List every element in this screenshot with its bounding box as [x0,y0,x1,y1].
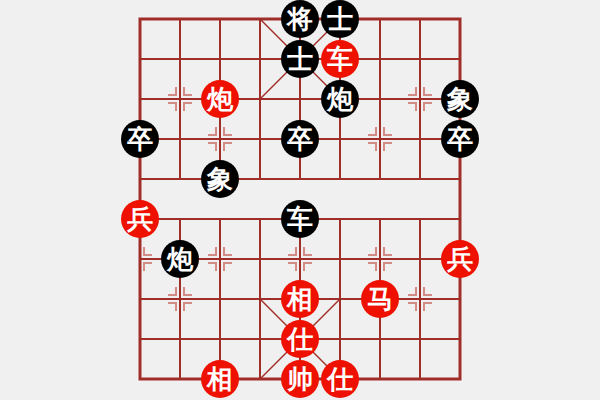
piece-black-pawn[interactable]: 卒 [281,120,319,158]
piece-red-cannon[interactable]: 炮 [201,80,239,118]
piece-black-advisor[interactable]: 士 [321,0,359,38]
piece-red-elephant[interactable]: 相 [201,360,239,398]
piece-red-horse[interactable]: 马 [361,280,399,318]
xiangqi-board-screen: 将士士车炮炮象卒卒卒象兵车炮兵相马仕相帅仕 [0,0,600,400]
piece-red-advisor[interactable]: 仕 [321,360,359,398]
piece-red-pawn[interactable]: 兵 [441,240,479,278]
piece-black-pawn[interactable]: 卒 [441,120,479,158]
piece-black-cannon[interactable]: 炮 [161,240,199,278]
piece-black-general[interactable]: 将 [281,0,319,38]
piece-red-pawn[interactable]: 兵 [121,200,159,238]
piece-black-elephant[interactable]: 象 [201,160,239,198]
piece-black-elephant[interactable]: 象 [441,80,479,118]
piece-black-pawn[interactable]: 卒 [121,120,159,158]
pieces-layer[interactable]: 将士士车炮炮象卒卒卒象兵车炮兵相马仕相帅仕 [120,0,480,399]
piece-red-elephant[interactable]: 相 [281,280,319,318]
piece-red-advisor[interactable]: 仕 [281,320,319,358]
xiangqi-board: 将士士车炮炮象卒卒卒象兵车炮兵相马仕相帅仕 [120,0,480,399]
piece-black-chariot[interactable]: 车 [281,200,319,238]
piece-black-advisor[interactable]: 士 [281,40,319,78]
piece-red-general[interactable]: 帅 [281,360,319,398]
piece-red-chariot[interactable]: 车 [321,40,359,78]
piece-black-cannon[interactable]: 炮 [321,80,359,118]
